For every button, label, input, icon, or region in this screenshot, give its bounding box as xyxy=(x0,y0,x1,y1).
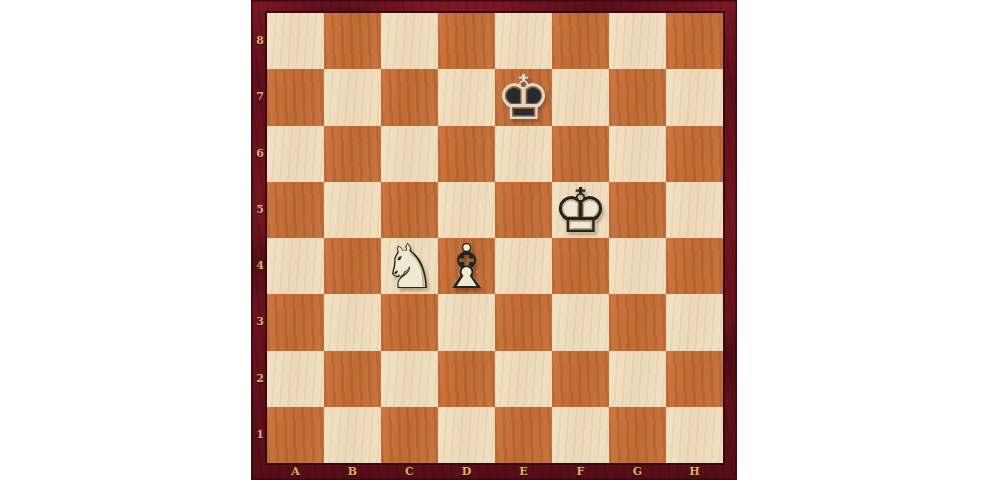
square-b1[interactable] xyxy=(324,407,381,463)
square-b7[interactable] xyxy=(324,69,381,125)
square-e4[interactable] xyxy=(495,238,552,294)
square-h8[interactable] xyxy=(666,13,723,69)
white-bishop-outline: ♗ xyxy=(438,239,495,295)
rank-label-1: 1 xyxy=(253,428,267,442)
square-d6[interactable] xyxy=(438,126,495,182)
square-b6[interactable] xyxy=(324,126,381,182)
rank-label-5: 5 xyxy=(253,203,267,217)
piece-white-knight[interactable]: ♞♘ xyxy=(381,238,438,294)
square-h1[interactable] xyxy=(666,407,723,463)
square-c1[interactable] xyxy=(381,407,438,463)
square-a6[interactable] xyxy=(267,126,324,182)
square-h6[interactable] xyxy=(666,126,723,182)
rank-label-7: 7 xyxy=(253,90,267,104)
square-b5[interactable] xyxy=(324,182,381,238)
square-e2[interactable] xyxy=(495,351,552,407)
square-f1[interactable] xyxy=(552,407,609,463)
square-h3[interactable] xyxy=(666,294,723,350)
square-h5[interactable] xyxy=(666,182,723,238)
rank-label-8: 8 xyxy=(253,34,267,48)
square-c8[interactable] xyxy=(381,13,438,69)
square-g2[interactable] xyxy=(609,351,666,407)
square-a7[interactable] xyxy=(267,69,324,125)
square-e1[interactable] xyxy=(495,407,552,463)
square-a8[interactable] xyxy=(267,13,324,69)
square-a2[interactable] xyxy=(267,351,324,407)
square-g8[interactable] xyxy=(609,13,666,69)
file-label-c: C xyxy=(400,465,420,479)
square-h2[interactable] xyxy=(666,351,723,407)
white-king-outline: ♔ xyxy=(552,183,609,239)
square-e3[interactable] xyxy=(495,294,552,350)
square-g6[interactable] xyxy=(609,126,666,182)
square-b2[interactable] xyxy=(324,351,381,407)
square-d8[interactable] xyxy=(438,13,495,69)
square-a1[interactable] xyxy=(267,407,324,463)
square-c7[interactable] xyxy=(381,69,438,125)
page: 87654321 ABCDEFGH ♚♔♚♔♞♘♝♗ xyxy=(0,0,1000,480)
piece-white-bishop[interactable]: ♝♗ xyxy=(438,238,495,294)
square-h4[interactable] xyxy=(666,238,723,294)
file-label-d: D xyxy=(457,465,477,479)
file-label-b: B xyxy=(343,465,363,479)
square-d2[interactable] xyxy=(438,351,495,407)
square-h7[interactable] xyxy=(666,69,723,125)
black-king-outline: ♔ xyxy=(495,70,552,126)
chess-board: 87654321 ABCDEFGH ♚♔♚♔♞♘♝♗ xyxy=(251,0,737,480)
square-d7[interactable] xyxy=(438,69,495,125)
square-d1[interactable] xyxy=(438,407,495,463)
square-c6[interactable] xyxy=(381,126,438,182)
white-knight-outline: ♘ xyxy=(381,239,438,295)
square-a5[interactable] xyxy=(267,182,324,238)
square-g5[interactable] xyxy=(609,182,666,238)
square-f7[interactable] xyxy=(552,69,609,125)
file-label-a: A xyxy=(286,465,306,479)
square-g7[interactable] xyxy=(609,69,666,125)
piece-black-king[interactable]: ♚♔ xyxy=(495,69,552,125)
square-f8[interactable] xyxy=(552,13,609,69)
square-c2[interactable] xyxy=(381,351,438,407)
square-f2[interactable] xyxy=(552,351,609,407)
file-label-f: F xyxy=(571,465,591,479)
rank-label-2: 2 xyxy=(253,372,267,386)
file-label-h: H xyxy=(685,465,705,479)
rank-label-6: 6 xyxy=(253,147,267,161)
square-b4[interactable] xyxy=(324,238,381,294)
piece-white-king[interactable]: ♚♔ xyxy=(552,182,609,238)
square-a3[interactable] xyxy=(267,294,324,350)
file-label-e: E xyxy=(514,465,534,479)
square-g3[interactable] xyxy=(609,294,666,350)
square-g1[interactable] xyxy=(609,407,666,463)
square-b3[interactable] xyxy=(324,294,381,350)
square-b8[interactable] xyxy=(324,13,381,69)
square-f3[interactable] xyxy=(552,294,609,350)
square-a4[interactable] xyxy=(267,238,324,294)
file-label-g: G xyxy=(628,465,648,479)
rank-label-4: 4 xyxy=(253,259,267,273)
square-e5[interactable] xyxy=(495,182,552,238)
rank-label-3: 3 xyxy=(253,315,267,329)
square-g4[interactable] xyxy=(609,238,666,294)
